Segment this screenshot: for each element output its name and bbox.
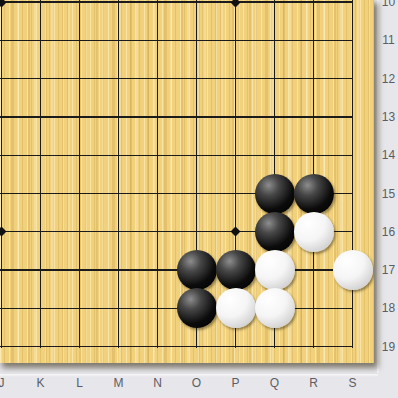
col-label-J: J <box>0 376 10 390</box>
black-stone-Q16[interactable] <box>255 212 295 252</box>
board-intersections[interactable] <box>0 0 372 363</box>
col-label-R: R <box>306 376 322 390</box>
white-stone-Q18[interactable] <box>255 288 295 328</box>
row-label-11: 11 <box>380 33 397 47</box>
star-point-P10 <box>231 0 241 7</box>
go-board[interactable] <box>0 0 374 363</box>
star-point-P16 <box>231 227 241 237</box>
row-label-12: 12 <box>380 72 397 86</box>
white-stone-S17[interactable] <box>333 250 373 290</box>
white-stone-R16[interactable] <box>294 212 334 252</box>
black-stone-R15[interactable] <box>294 174 334 214</box>
row-label-14: 14 <box>380 148 397 162</box>
black-stone-P17[interactable] <box>216 250 256 290</box>
col-label-S: S <box>345 376 361 390</box>
row-label-17: 17 <box>380 263 397 277</box>
row-label-13: 13 <box>380 110 397 124</box>
col-label-M: M <box>111 376 127 390</box>
black-stone-O18[interactable] <box>177 288 217 328</box>
col-label-Q: Q <box>267 376 283 390</box>
row-label-10: 10 <box>380 0 397 9</box>
white-stone-P18[interactable] <box>216 288 256 328</box>
white-stone-Q17[interactable] <box>255 250 295 290</box>
row-label-18: 18 <box>380 301 397 315</box>
black-stone-Q15[interactable] <box>255 174 295 214</box>
black-stone-O17[interactable] <box>177 250 217 290</box>
star-point-J16 <box>0 227 6 237</box>
col-label-L: L <box>72 376 88 390</box>
go-client-screen: 10111213141516171819 JKLMNOPQRS <box>0 0 398 398</box>
col-label-N: N <box>150 376 166 390</box>
col-label-O: O <box>189 376 205 390</box>
col-label-P: P <box>228 376 244 390</box>
star-point-J10 <box>0 0 6 7</box>
row-label-16: 16 <box>380 225 397 239</box>
row-label-19: 19 <box>380 340 397 354</box>
row-label-15: 15 <box>380 187 397 201</box>
col-label-K: K <box>33 376 49 390</box>
